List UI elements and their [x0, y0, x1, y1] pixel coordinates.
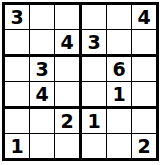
cell-r6c5[interactable]	[107, 134, 132, 158]
cell-r6c2[interactable]	[30, 134, 55, 158]
cell-r2c2[interactable]	[30, 30, 55, 57]
given-digit: 2	[137, 137, 150, 156]
given-digit: 3	[35, 60, 48, 79]
cell-r1c3[interactable]	[55, 5, 82, 30]
cell-r1c6[interactable]: 4	[132, 5, 156, 30]
cell-r5c5[interactable]	[107, 109, 132, 134]
cell-r6c4[interactable]	[82, 134, 107, 158]
cell-r1c1[interactable]: 3	[5, 5, 30, 30]
cell-r3c1[interactable]	[5, 57, 30, 82]
cell-r4c2[interactable]: 4	[30, 82, 55, 109]
given-digit: 1	[87, 112, 100, 131]
cell-r3c3[interactable]	[55, 57, 82, 82]
cell-r5c1[interactable]	[5, 109, 30, 134]
given-digit: 3	[87, 33, 100, 52]
given-digit: 3	[10, 8, 23, 27]
cell-r6c1[interactable]: 1	[5, 134, 30, 158]
cell-r6c3[interactable]	[55, 134, 82, 158]
cell-r3c5[interactable]: 6	[107, 57, 132, 82]
cell-r4c5[interactable]: 1	[107, 82, 132, 109]
cell-r4c4[interactable]	[82, 82, 107, 109]
sudoku-board: 344336412112	[2, 2, 159, 161]
cell-r4c6[interactable]	[132, 82, 156, 109]
cell-r1c4[interactable]	[82, 5, 107, 30]
cell-r3c6[interactable]	[132, 57, 156, 82]
given-digit: 2	[60, 112, 73, 131]
sudoku-page: 344336412112	[0, 0, 163, 165]
cell-r3c2[interactable]: 3	[30, 57, 55, 82]
cell-r5c3[interactable]: 2	[55, 109, 82, 134]
cell-r5c6[interactable]	[132, 109, 156, 134]
given-digit: 4	[35, 85, 48, 104]
cell-r4c1[interactable]	[5, 82, 30, 109]
cell-r5c2[interactable]	[30, 109, 55, 134]
cell-r3c4[interactable]	[82, 57, 107, 82]
given-digit: 6	[112, 60, 125, 79]
cell-r1c5[interactable]	[107, 5, 132, 30]
cell-r2c6[interactable]	[132, 30, 156, 57]
cell-r4c3[interactable]	[55, 82, 82, 109]
cell-r6c6[interactable]: 2	[132, 134, 156, 158]
cell-r1c2[interactable]	[30, 5, 55, 30]
cell-r2c3[interactable]: 4	[55, 30, 82, 57]
given-digit: 1	[10, 137, 23, 156]
cell-r2c4[interactable]: 3	[82, 30, 107, 57]
cell-r2c1[interactable]	[5, 30, 30, 57]
given-digit: 1	[112, 85, 125, 104]
given-digit: 4	[137, 8, 150, 27]
cell-r5c4[interactable]: 1	[82, 109, 107, 134]
cell-r2c5[interactable]	[107, 30, 132, 57]
given-digit: 4	[60, 33, 73, 52]
